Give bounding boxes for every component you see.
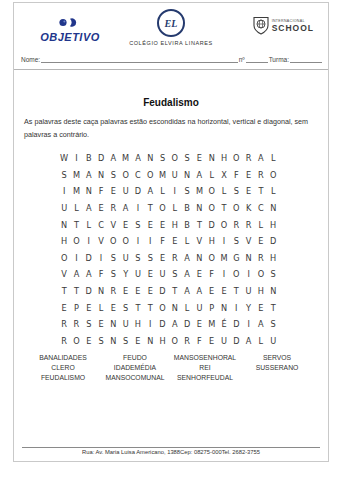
grid-cell: N [267,200,279,217]
grid-cell: E [242,167,254,184]
word-grid: WIBDAMANSOSENHORALSMANSOCOMUNALXFEROIMNF… [58,150,279,349]
grid-cell: H [267,250,279,267]
grid-cell: A [83,200,95,217]
grid-cell: T [230,283,242,300]
grid-cell: E [83,299,95,316]
word-list-item: FEUDO [104,354,166,361]
grid-cell: A [181,283,193,300]
grid-cell: S [230,233,242,250]
grid-cell: U [193,299,205,316]
grid-cell: E [193,266,205,283]
grid-cell: F [230,167,242,184]
grid-cell: E [156,216,168,233]
grid-cell: S [83,316,95,333]
grid-cell: D [230,333,242,350]
grid-cell: I [242,316,254,333]
word-list-item: MANSOCOMUNAL [104,374,166,381]
grid-cell: F [193,333,205,350]
grid-cell: S [95,333,107,350]
grid-cell: I [132,233,144,250]
grid-cell: E [206,333,218,350]
grid-cell: A [119,200,131,217]
grid-cell: R [242,216,254,233]
grid-cell: E [107,183,119,200]
grid-cell: L [83,216,95,233]
grid-cell: E [107,299,119,316]
grid-cell: L [95,299,107,316]
grid-cell: R [107,283,119,300]
grid-cell: O [119,233,131,250]
grid-cell: O [267,167,279,184]
word-list-item: FEUDALISMO [22,374,104,381]
grid-cell: O [119,167,131,184]
grid-cell: N [169,299,181,316]
international-school-logo: INTERNACIONAL SCHOOL [253,16,314,35]
grid-cell: F [95,183,107,200]
grid-cell: T [267,299,279,316]
school-crest-icon: EL [157,9,185,37]
grid-cell: H [132,316,144,333]
grid-cell: E [206,283,218,300]
grid-cell: E [95,316,107,333]
puzzle-instructions: As palavras deste caça palavras estão es… [24,115,320,141]
grid-cell: A [255,150,267,167]
grid-cell: E [169,233,181,250]
grid-cell: I [83,233,95,250]
grid-cell: A [193,283,205,300]
grid-cell: O [206,200,218,217]
grid-cell: S [267,316,279,333]
grid-cell: R [58,333,70,350]
grid-cell: T [169,283,181,300]
grid-cell: O [70,333,82,350]
grid-cell: U [242,283,254,300]
grid-cell: D [83,250,95,267]
grid-cell: S [181,150,193,167]
grid-cell: O [255,266,267,283]
grid-cell: B [83,150,95,167]
grid-cell: H [156,333,168,350]
grid-cell: L [255,216,267,233]
grid-cell: D [132,183,144,200]
grid-cell: U [218,333,230,350]
grid-cell: N [83,183,95,200]
grid-cell: D [156,316,168,333]
grid-cell: R [230,216,242,233]
international-school-text: INTERNACIONAL SCHOOL [272,19,314,33]
grid-cell: N [144,333,156,350]
grid-cell: S [267,266,279,283]
grid-cell: U [169,167,181,184]
grid-cell: S [132,216,144,233]
grid-cell: S [230,183,242,200]
grid-cell: L [156,183,168,200]
grid-cell: S [156,150,168,167]
grid-cell: S [169,266,181,283]
puzzle-title: Feudalismo [14,97,328,108]
worksheet-page: OBJETIVO EL COLÉGIO ELVIRA LINARES INTER… [13,2,329,462]
word-list-item: BANALIDADES [22,354,104,361]
grid-cell: A [144,183,156,200]
grid-cell: M [156,167,168,184]
grid-cell: U [156,266,168,283]
grid-cell: E [242,183,254,200]
grid-cell: N [193,200,205,217]
student-info-row: Nome: nº Turma: [20,55,322,63]
grid-cell: N [95,283,107,300]
grid-cell: S [181,183,193,200]
grid-cell: N [107,316,119,333]
grid-cell: T [218,200,230,217]
grid-cell: V [242,233,254,250]
grid-cell: T [255,183,267,200]
grid-cell: N [267,283,279,300]
grid-cell: T [144,200,156,217]
grid-cell: O [230,200,242,217]
name-label: Nome: [20,56,41,63]
grid-cell: O [169,333,181,350]
grid-cell: E [144,266,156,283]
grid-cell: P [70,299,82,316]
grid-cell: I [70,150,82,167]
grid-cell: I [58,183,70,200]
grid-cell: T [58,283,70,300]
grid-cell: O [218,216,230,233]
grid-cell: D [181,316,193,333]
grid-cell: U [267,333,279,350]
grid-cell: E [83,333,95,350]
grid-cell: R [58,316,70,333]
class-blank-line [290,55,322,63]
grid-cell: I [230,299,242,316]
grid-cell: E [218,283,230,300]
grid-cell: U [119,250,131,267]
grid-cell: A [83,167,95,184]
grid-cell: C [255,200,267,217]
grid-cell: K [242,200,254,217]
grid-cell: N [144,150,156,167]
grid-cell: U [119,183,131,200]
grid-cell: O [58,250,70,267]
grid-cell: O [107,233,119,250]
grid-cell: H [218,150,230,167]
objetivo-fish-icon [57,18,83,27]
grid-cell: E [132,333,144,350]
grid-cell: O [230,150,242,167]
word-list-item: CLERO [22,364,104,371]
grid-cell: S [119,333,131,350]
grid-cell: I [132,200,144,217]
grid-cell: H [58,233,70,250]
grid-cell: E [144,216,156,233]
word-list-item: SENHORFEUDAL [166,374,244,381]
grid-cell: R [70,316,82,333]
grid-cell: U [58,200,70,217]
word-list-item: MANSOSENHORAL [166,354,244,361]
grid-cell: M [70,167,82,184]
grid-cell: P [206,299,218,316]
grid-cell: R [107,200,119,217]
grid-cell: F [156,233,168,250]
grid-cell: M [206,316,218,333]
grid-cell: S [144,250,156,267]
grid-cell: A [70,266,82,283]
grid-cell: N [242,250,254,267]
grid-cell: A [255,316,267,333]
grid-cell: F [95,266,107,283]
worksheet-header: OBJETIVO EL COLÉGIO ELVIRA LINARES INTER… [14,3,328,70]
grid-cell: A [132,150,144,167]
word-list: BANALIDADESFEUDOMANSOSENHORALSERVOSCLERO… [22,354,310,381]
grid-cell: L [218,183,230,200]
grid-cell: V [193,233,205,250]
grid-cell: A [83,266,95,283]
grid-cell: W [58,150,70,167]
grid-cell: S [107,167,119,184]
grid-cell: D [230,316,242,333]
grid-cell: N [193,250,205,267]
grid-cell: R [181,333,193,350]
grid-cell: L [267,183,279,200]
grid-cell: V [107,216,119,233]
grid-cell: C [132,167,144,184]
grid-cell: L [206,167,218,184]
grid-cell: M [193,183,205,200]
grid-cell: E [255,299,267,316]
grid-cell: A [193,167,205,184]
grid-cell: E [119,216,131,233]
grid-cell: E [119,283,131,300]
grid-cell: V [58,266,70,283]
grid-cell: N [181,167,193,184]
grid-cell: E [58,299,70,316]
grid-cell: H [255,283,267,300]
number-label: nº [238,56,246,63]
shield-globe-icon [253,16,269,35]
grid-cell: R [255,167,267,184]
grid-cell: I [242,266,254,283]
class-label: Turma: [268,56,290,63]
grid-cell: H [169,216,181,233]
grid-cell: E [132,283,144,300]
grid-cell: S [107,266,119,283]
grid-cell: O [156,200,168,217]
word-list-item: REI [166,364,244,371]
grid-cell: G [230,250,242,267]
grid-cell: T [144,299,156,316]
grid-cell: D [83,283,95,300]
grid-cell: A [181,250,193,267]
grid-cell: F [206,266,218,283]
grid-cell: U [132,266,144,283]
grid-cell: A [181,266,193,283]
school-name: COLÉGIO ELVIRA LINARES [91,40,251,46]
grid-cell: E [193,150,205,167]
word-list-item: IDADEMÉDIA [104,364,166,371]
school-label: SCHOOL [272,23,314,33]
grid-cell: L [181,233,193,250]
grid-cell: E [144,283,156,300]
grid-cell: O [206,183,218,200]
grid-cell: S [58,167,70,184]
grid-cell: O [206,250,218,267]
grid-cell: D [267,233,279,250]
grid-cell: B [181,216,193,233]
word-list-empty [244,374,310,381]
grid-cell: N [58,216,70,233]
grid-cell: N [206,150,218,167]
grid-cell: L [267,150,279,167]
grid-cell: U [119,316,131,333]
grid-cell: L [255,333,267,350]
name-blank-line [41,55,237,63]
grid-cell: T [70,216,82,233]
grid-cell: I [70,250,82,267]
grid-cell: I [144,233,156,250]
grid-cell: S [119,299,131,316]
grid-cell: E [255,233,267,250]
grid-cell: Y [119,266,131,283]
word-list-item: SUSSERANO [244,364,310,371]
grid-cell: O [169,150,181,167]
grid-cell: L [181,299,193,316]
grid-cell: D [95,150,107,167]
grid-cell: O [230,266,242,283]
grid-cell: R [242,150,254,167]
grid-cell: T [132,299,144,316]
grid-cell: S [132,250,144,267]
grid-cell: E [156,250,168,267]
grid-cell: H [267,216,279,233]
grid-cell: X [218,167,230,184]
number-blank-line [246,55,268,63]
grid-cell: L [70,200,82,217]
footer-address: Rua: Av. Maria Luisa Americano, 1388Cep:… [14,449,328,455]
grid-cell: D [206,216,218,233]
grid-cell: A [242,333,254,350]
grid-cell: Y [242,299,254,316]
grid-cell: O [144,167,156,184]
grid-cell: E [95,200,107,217]
grid-cell: M [119,150,131,167]
grid-cell: I [169,183,181,200]
grid-cell: C [95,216,107,233]
grid-cell: T [70,283,82,300]
grid-cell: V [95,233,107,250]
grid-cell: M [218,250,230,267]
word-list-item: SERVOS [244,354,310,361]
grid-cell: N [107,333,119,350]
grid-cell: I [218,233,230,250]
grid-cell: E [193,316,205,333]
footer-divider [22,447,320,448]
grid-cell: L [169,200,181,217]
grid-cell: A [169,316,181,333]
school-crest: EL COLÉGIO ELVIRA LINARES [91,9,251,46]
grid-cell: S [107,250,119,267]
grid-cell: A [107,150,119,167]
grid-cell: É [218,316,230,333]
grid-cell: T [193,216,205,233]
grid-cell: I [144,316,156,333]
grid-cell: O [156,299,168,316]
grid-cell: M [70,183,82,200]
grid-cell: R [255,250,267,267]
grid-cell: I [95,250,107,267]
grid-cell: N [95,167,107,184]
grid-cell: B [181,200,193,217]
grid-cell: R [169,250,181,267]
grid-cell: D [156,283,168,300]
grid-cell: I [218,266,230,283]
grid-cell: H [206,233,218,250]
grid-cell: O [70,233,82,250]
grid-cell: N [218,299,230,316]
